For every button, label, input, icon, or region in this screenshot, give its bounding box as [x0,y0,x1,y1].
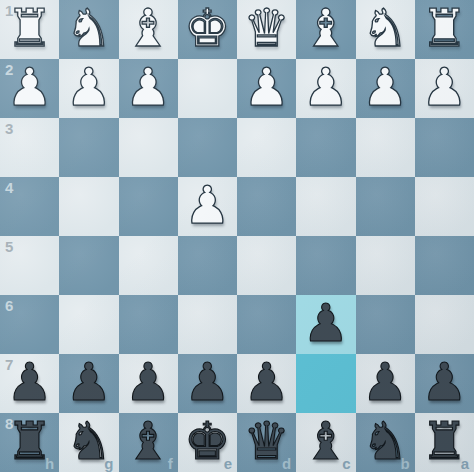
square-d7[interactable]: ♟ [237,354,296,413]
square-h8[interactable]: 8h♜ [0,413,59,472]
square-h4[interactable]: 4 [0,177,59,236]
black-rook-h8[interactable]: ♜ [6,415,53,467]
square-c6[interactable]: ♟ [296,295,355,354]
black-knight-g8[interactable]: ♞ [66,415,113,467]
square-d4[interactable] [237,177,296,236]
square-e7[interactable]: ♟ [178,354,237,413]
square-b5[interactable] [356,236,415,295]
black-pawn-h7[interactable]: ♟ [6,356,53,408]
square-h6[interactable]: 6 [0,295,59,354]
square-a7[interactable]: ♟ [415,354,474,413]
chess-board: 1♜♞♝♚♛♝♞♜2♟♟♟♟♟♟♟34♟56♟7♟♟♟♟♟♟♟8h♜g♞f♝e♚… [0,0,474,472]
square-e5[interactable] [178,236,237,295]
white-king-e1[interactable]: ♚ [184,2,231,54]
white-rook-h1[interactable]: ♜ [6,2,53,54]
black-pawn-g7[interactable]: ♟ [66,356,113,408]
square-g2[interactable]: ♟ [59,59,118,118]
black-knight-b8[interactable]: ♞ [362,415,409,467]
white-bishop-f1[interactable]: ♝ [125,2,172,54]
square-b4[interactable] [356,177,415,236]
square-f6[interactable] [119,295,178,354]
square-d2[interactable]: ♟ [237,59,296,118]
white-pawn-b2[interactable]: ♟ [362,61,409,113]
square-a8[interactable]: a♜ [415,413,474,472]
black-pawn-b7[interactable]: ♟ [362,356,409,408]
square-g3[interactable] [59,118,118,177]
black-bishop-f8[interactable]: ♝ [125,415,172,467]
square-g8[interactable]: g♞ [59,413,118,472]
square-d1[interactable]: ♛ [237,0,296,59]
square-a3[interactable] [415,118,474,177]
square-c8[interactable]: c♝ [296,413,355,472]
black-pawn-a7[interactable]: ♟ [421,356,468,408]
black-queen-d8[interactable]: ♛ [243,415,290,467]
square-c2[interactable]: ♟ [296,59,355,118]
square-f3[interactable] [119,118,178,177]
white-pawn-f2[interactable]: ♟ [125,61,172,113]
white-pawn-a2[interactable]: ♟ [421,61,468,113]
square-h1[interactable]: 1♜ [0,0,59,59]
white-queen-d1[interactable]: ♛ [243,2,290,54]
white-bishop-c1[interactable]: ♝ [303,2,350,54]
square-h7[interactable]: 7♟ [0,354,59,413]
square-b2[interactable]: ♟ [356,59,415,118]
square-f5[interactable] [119,236,178,295]
square-d3[interactable] [237,118,296,177]
square-c4[interactable] [296,177,355,236]
white-pawn-e4[interactable]: ♟ [184,179,231,231]
square-b8[interactable]: b♞ [356,413,415,472]
square-d8[interactable]: d♛ [237,413,296,472]
square-d5[interactable] [237,236,296,295]
white-knight-b1[interactable]: ♞ [362,2,409,54]
rank-label-4: 4 [5,179,13,196]
white-knight-g1[interactable]: ♞ [66,2,113,54]
square-b1[interactable]: ♞ [356,0,415,59]
rank-label-3: 3 [5,120,13,137]
square-a4[interactable] [415,177,474,236]
square-g1[interactable]: ♞ [59,0,118,59]
white-pawn-h2[interactable]: ♟ [6,61,53,113]
square-c3[interactable] [296,118,355,177]
square-g5[interactable] [59,236,118,295]
black-rook-a8[interactable]: ♜ [421,415,468,467]
black-pawn-d7[interactable]: ♟ [243,356,290,408]
square-h5[interactable]: 5 [0,236,59,295]
square-g6[interactable] [59,295,118,354]
white-rook-a1[interactable]: ♜ [421,2,468,54]
square-e8[interactable]: e♚ [178,413,237,472]
square-a2[interactable]: ♟ [415,59,474,118]
square-e1[interactable]: ♚ [178,0,237,59]
square-g7[interactable]: ♟ [59,354,118,413]
square-a6[interactable] [415,295,474,354]
white-pawn-d2[interactable]: ♟ [243,61,290,113]
rank-label-6: 6 [5,297,13,314]
white-pawn-g2[interactable]: ♟ [66,61,113,113]
black-pawn-c6[interactable]: ♟ [303,297,350,349]
square-h2[interactable]: 2♟ [0,59,59,118]
square-f4[interactable] [119,177,178,236]
square-f2[interactable]: ♟ [119,59,178,118]
square-e4[interactable]: ♟ [178,177,237,236]
square-b3[interactable] [356,118,415,177]
square-b6[interactable] [356,295,415,354]
black-bishop-c8[interactable]: ♝ [303,415,350,467]
square-f1[interactable]: ♝ [119,0,178,59]
rank-label-5: 5 [5,238,13,255]
black-king-e8[interactable]: ♚ [184,415,231,467]
square-f8[interactable]: f♝ [119,413,178,472]
square-c5[interactable] [296,236,355,295]
white-pawn-c2[interactable]: ♟ [303,61,350,113]
square-c1[interactable]: ♝ [296,0,355,59]
square-b7[interactable]: ♟ [356,354,415,413]
square-e2[interactable] [178,59,237,118]
square-d6[interactable] [237,295,296,354]
square-h3[interactable]: 3 [0,118,59,177]
black-pawn-e7[interactable]: ♟ [184,356,231,408]
black-pawn-f7[interactable]: ♟ [125,356,172,408]
square-c7[interactable] [296,354,355,413]
square-f7[interactable]: ♟ [119,354,178,413]
square-a1[interactable]: ♜ [415,0,474,59]
square-e3[interactable] [178,118,237,177]
square-e6[interactable] [178,295,237,354]
square-a5[interactable] [415,236,474,295]
square-g4[interactable] [59,177,118,236]
